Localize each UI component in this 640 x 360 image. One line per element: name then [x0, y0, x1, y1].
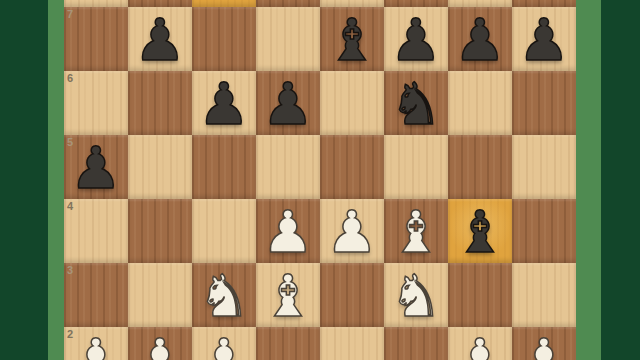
square-f5[interactable] — [384, 135, 448, 199]
white-pawn[interactable]: ♟ — [256, 200, 320, 264]
square-b5[interactable] — [128, 135, 192, 199]
white-pawn[interactable]: ♟ — [192, 328, 256, 360]
square-e7[interactable]: ♝ — [320, 7, 384, 71]
square-e3[interactable] — [320, 263, 384, 327]
chess-board: 7♟♝♟♟♟6♟♟♞5♟4♟♟♝♝3♞♝♞2♟♟♟♟♟ — [64, 0, 576, 360]
square-h2[interactable]: ♟ — [512, 327, 576, 360]
square-g6[interactable] — [448, 71, 512, 135]
square-d8[interactable] — [256, 0, 320, 7]
square-f7[interactable]: ♟ — [384, 7, 448, 71]
square-g2[interactable]: ♟ — [448, 327, 512, 360]
square-d5[interactable] — [256, 135, 320, 199]
black-pawn[interactable]: ♟ — [256, 72, 320, 136]
square-c5[interactable] — [192, 135, 256, 199]
white-knight[interactable]: ♞ — [384, 264, 448, 328]
square-g5[interactable] — [448, 135, 512, 199]
square-g7[interactable]: ♟ — [448, 7, 512, 71]
black-bishop[interactable]: ♝ — [448, 200, 512, 264]
square-d7[interactable] — [256, 7, 320, 71]
black-knight[interactable]: ♞ — [384, 72, 448, 136]
square-b7[interactable]: ♟ — [128, 7, 192, 71]
square-e6[interactable] — [320, 71, 384, 135]
square-g4[interactable]: ♝ — [448, 199, 512, 263]
square-h6[interactable] — [512, 71, 576, 135]
square-c8[interactable] — [192, 0, 256, 7]
square-h3[interactable] — [512, 263, 576, 327]
white-pawn[interactable]: ♟ — [320, 200, 384, 264]
black-bishop[interactable]: ♝ — [320, 8, 384, 72]
rank-label-6: 6 — [67, 73, 73, 84]
square-d3[interactable]: ♝ — [256, 263, 320, 327]
white-knight[interactable]: ♞ — [192, 264, 256, 328]
black-pawn[interactable]: ♟ — [64, 136, 128, 200]
square-d2[interactable] — [256, 327, 320, 360]
square-f2[interactable] — [384, 327, 448, 360]
square-a7[interactable]: 7 — [64, 7, 128, 71]
square-c3[interactable]: ♞ — [192, 263, 256, 327]
square-d6[interactable]: ♟ — [256, 71, 320, 135]
rank-label-3: 3 — [67, 265, 73, 276]
page-background: 7♟♝♟♟♟6♟♟♞5♟4♟♟♝♝3♞♝♞2♟♟♟♟♟ — [0, 0, 640, 360]
white-pawn[interactable]: ♟ — [64, 328, 128, 360]
square-c2[interactable]: ♟ — [192, 327, 256, 360]
table-edge-left — [48, 0, 64, 360]
square-a2[interactable]: 2♟ — [64, 327, 128, 360]
square-d4[interactable]: ♟ — [256, 199, 320, 263]
square-e4[interactable]: ♟ — [320, 199, 384, 263]
white-pawn[interactable]: ♟ — [448, 328, 512, 360]
square-h5[interactable] — [512, 135, 576, 199]
rank-label-7: 7 — [67, 9, 73, 20]
black-pawn[interactable]: ♟ — [192, 72, 256, 136]
square-b2[interactable]: ♟ — [128, 327, 192, 360]
white-bishop[interactable]: ♝ — [256, 264, 320, 328]
square-g3[interactable] — [448, 263, 512, 327]
square-b4[interactable] — [128, 199, 192, 263]
square-h7[interactable]: ♟ — [512, 7, 576, 71]
square-e5[interactable] — [320, 135, 384, 199]
square-a3[interactable]: 3 — [64, 263, 128, 327]
square-b6[interactable] — [128, 71, 192, 135]
table-edge-right — [576, 0, 601, 360]
square-a6[interactable]: 6 — [64, 71, 128, 135]
square-f6[interactable]: ♞ — [384, 71, 448, 135]
white-pawn[interactable]: ♟ — [512, 328, 576, 360]
black-pawn[interactable]: ♟ — [448, 8, 512, 72]
square-c7[interactable] — [192, 7, 256, 71]
black-pawn[interactable]: ♟ — [512, 8, 576, 72]
square-e2[interactable] — [320, 327, 384, 360]
rank-label-4: 4 — [67, 201, 73, 212]
white-pawn[interactable]: ♟ — [128, 328, 192, 360]
square-h4[interactable] — [512, 199, 576, 263]
square-a8[interactable] — [64, 0, 128, 7]
square-a4[interactable]: 4 — [64, 199, 128, 263]
square-c4[interactable] — [192, 199, 256, 263]
black-pawn[interactable]: ♟ — [384, 8, 448, 72]
square-b3[interactable] — [128, 263, 192, 327]
black-pawn[interactable]: ♟ — [128, 8, 192, 72]
square-f3[interactable]: ♞ — [384, 263, 448, 327]
white-bishop[interactable]: ♝ — [384, 200, 448, 264]
square-f4[interactable]: ♝ — [384, 199, 448, 263]
square-a5[interactable]: 5♟ — [64, 135, 128, 199]
square-c6[interactable]: ♟ — [192, 71, 256, 135]
